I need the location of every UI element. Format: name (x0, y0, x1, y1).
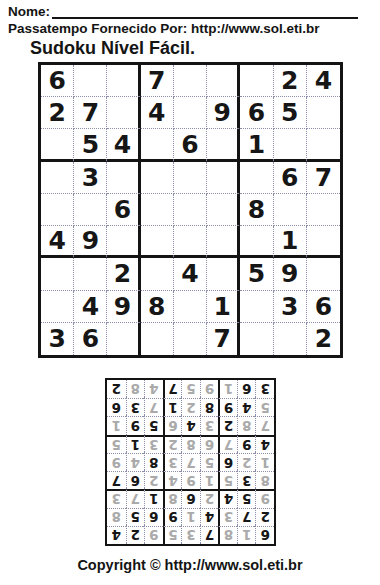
sudoku-cell-r3c4: 2 (200, 489, 219, 507)
sudoku-cell-r6c1: 4 (255, 435, 274, 453)
sudoku-cell-r1c8: 2 (126, 526, 145, 544)
name-label: Nome: (8, 4, 50, 19)
sudoku-cell-r8c8: 3 (274, 291, 307, 323)
sudoku-cell-r1c2 (74, 65, 107, 97)
sudoku-cell-r6c8: 1 (126, 435, 145, 453)
sudoku-cell-r2c6: 9 (163, 508, 182, 526)
sudoku-cell-r9c9: 2 (307, 323, 340, 355)
sudoku-cell-r5c7: 8 (144, 453, 163, 471)
sudoku-cell-r6c4 (141, 226, 174, 258)
sudoku-cell-r5c6 (207, 194, 240, 226)
sudoku-cell-r7c4 (141, 258, 174, 290)
sudoku-cell-r3c7: 1 (144, 489, 163, 507)
sudoku-cell-r9c1: 3 (41, 323, 74, 355)
sudoku-cell-r6c7 (240, 226, 273, 258)
sudoku-cell-r3c8: 7 (126, 489, 145, 507)
sudoku-cell-r1c1: 6 (41, 65, 74, 97)
sudoku-puzzle-grid: 672427496554613676849124594981363672 (38, 62, 343, 358)
sudoku-cell-r7c7: 5 (240, 258, 273, 290)
sudoku-cell-r8c2: 4 (237, 398, 256, 416)
sudoku-cell-r6c2: 9 (74, 226, 107, 258)
sudoku-cell-r7c8: 9 (274, 258, 307, 290)
sudoku-cell-r4c2: 3 (237, 471, 256, 489)
sudoku-cell-r1c2: 1 (237, 526, 256, 544)
sudoku-cell-r3c6: 8 (163, 489, 182, 507)
sudoku-cell-r7c9 (307, 258, 340, 290)
sudoku-cell-r4c7: 2 (144, 471, 163, 489)
sudoku-cell-r2c1: 2 (41, 97, 74, 129)
sudoku-cell-r8c1 (41, 291, 74, 323)
copyright-text: Copyright © http://www.sol.eti.br (0, 557, 380, 573)
sudoku-cell-r1c4: 7 (141, 65, 174, 97)
sudoku-cell-r9c5: 5 (181, 380, 200, 398)
sudoku-cell-r2c3: 3 (218, 508, 237, 526)
sudoku-cell-r4c9: 7 (307, 162, 340, 194)
sudoku-cell-r3c9 (307, 129, 340, 161)
sudoku-cell-r2c6: 9 (207, 97, 240, 129)
sudoku-cell-r1c9: 4 (307, 65, 340, 97)
sudoku-cell-r4c5: 9 (181, 471, 200, 489)
sudoku-cell-r9c4 (141, 323, 174, 355)
sudoku-cell-r4c1 (41, 162, 74, 194)
sudoku-cell-r6c5: 8 (181, 435, 200, 453)
sudoku-cell-r5c1 (41, 194, 74, 226)
sudoku-cell-r2c3 (107, 97, 140, 129)
sudoku-cell-r6c9: 5 (107, 435, 126, 453)
sudoku-cell-r5c6: 3 (163, 453, 182, 471)
sudoku-cell-r8c8: 3 (126, 398, 145, 416)
sudoku-cell-r5c8: 4 (126, 453, 145, 471)
sudoku-cell-r3c8 (274, 129, 307, 161)
sudoku-cell-r3c3: 4 (107, 129, 140, 161)
sudoku-cell-r5c1: 1 (255, 453, 274, 471)
sudoku-cell-r2c2: 7 (237, 508, 256, 526)
sudoku-cell-r7c1: 7 (255, 416, 274, 434)
sudoku-cell-r4c6 (207, 162, 240, 194)
sudoku-cell-r1c3 (107, 65, 140, 97)
sudoku-cell-r9c3 (107, 323, 140, 355)
sudoku-cell-r5c8 (274, 194, 307, 226)
sudoku-cell-r2c9: 8 (107, 508, 126, 526)
sudoku-cell-r5c5: 7 (181, 453, 200, 471)
sudoku-cell-r8c6: 1 (207, 291, 240, 323)
sudoku-cell-r4c4 (141, 162, 174, 194)
sudoku-cell-r5c5 (174, 194, 207, 226)
sudoku-cell-r6c8: 1 (274, 226, 307, 258)
sudoku-cell-r7c3: 2 (218, 416, 237, 434)
sudoku-cell-r9c1: 3 (255, 380, 274, 398)
sudoku-cell-r3c5: 6 (181, 489, 200, 507)
sudoku-cell-r6c6 (207, 226, 240, 258)
sudoku-solution-grid: 6187359242734196589542681738351942671265… (105, 378, 276, 546)
sudoku-cell-r2c5: 1 (181, 508, 200, 526)
sudoku-cell-r7c5: 4 (174, 258, 207, 290)
sudoku-cell-r1c3: 8 (218, 526, 237, 544)
sudoku-cell-r6c5 (174, 226, 207, 258)
sudoku-cell-r7c4: 3 (200, 416, 219, 434)
sudoku-cell-r4c2: 3 (74, 162, 107, 194)
sudoku-cell-r5c9: 9 (107, 453, 126, 471)
sudoku-cell-r9c6: 7 (163, 380, 182, 398)
sudoku-cell-r1c4: 7 (200, 526, 219, 544)
sudoku-cell-r1c6 (207, 65, 240, 97)
sudoku-cell-r1c5 (174, 65, 207, 97)
sudoku-cell-r2c4: 4 (200, 508, 219, 526)
sudoku-cell-r3c3: 4 (218, 489, 237, 507)
sudoku-cell-r1c7: 9 (144, 526, 163, 544)
sudoku-cell-r7c1 (41, 258, 74, 290)
sudoku-cell-r7c6 (207, 258, 240, 290)
sudoku-cell-r6c3: 7 (218, 435, 237, 453)
sudoku-cell-r3c6 (207, 129, 240, 161)
sudoku-cell-r7c2 (74, 258, 107, 290)
sudoku-cell-r9c5 (174, 323, 207, 355)
sudoku-cell-r1c9: 4 (107, 526, 126, 544)
sudoku-cell-r8c9: 6 (107, 398, 126, 416)
sudoku-cell-r2c8: 5 (126, 508, 145, 526)
sudoku-cell-r4c6: 4 (163, 471, 182, 489)
sudoku-cell-r3c1 (41, 129, 74, 161)
sudoku-cell-r9c7: 4 (144, 380, 163, 398)
page-title: Sudoku Nível Fácil. (30, 38, 195, 59)
sudoku-cell-r3c1: 9 (255, 489, 274, 507)
sudoku-cell-r8c4: 8 (141, 291, 174, 323)
sudoku-cell-r5c9 (307, 194, 340, 226)
sudoku-cell-r4c5 (174, 162, 207, 194)
sudoku-cell-r9c2: 6 (237, 380, 256, 398)
sudoku-cell-r4c8: 6 (274, 162, 307, 194)
sudoku-cell-r6c2: 9 (237, 435, 256, 453)
sudoku-cell-r7c2: 8 (237, 416, 256, 434)
sudoku-cell-r7c5: 4 (181, 416, 200, 434)
sudoku-cell-r1c6: 5 (163, 526, 182, 544)
sudoku-cell-r6c6: 2 (163, 435, 182, 453)
sudoku-cell-r5c4: 5 (200, 453, 219, 471)
sudoku-cell-r8c1: 5 (255, 398, 274, 416)
sudoku-cell-r8c9: 6 (307, 291, 340, 323)
name-row: Nome: (8, 4, 358, 19)
sudoku-cell-r9c8 (274, 323, 307, 355)
sudoku-cell-r2c8: 5 (274, 97, 307, 129)
sudoku-cell-r9c2: 6 (74, 323, 107, 355)
sudoku-cell-r3c4 (141, 129, 174, 161)
provided-by-text: Passatempo Fornecido Por: http://www.sol… (8, 21, 320, 36)
sudoku-cell-r7c3: 2 (107, 258, 140, 290)
sudoku-cell-r9c7 (240, 323, 273, 355)
sudoku-cell-r2c7: 6 (144, 508, 163, 526)
sudoku-cell-r6c7: 3 (144, 435, 163, 453)
sudoku-cell-r9c3: 1 (218, 380, 237, 398)
sudoku-cell-r4c8: 6 (126, 471, 145, 489)
sudoku-cell-r4c9: 7 (107, 471, 126, 489)
sudoku-cell-r2c5 (174, 97, 207, 129)
sudoku-cell-r9c9: 2 (107, 380, 126, 398)
sudoku-cell-r3c9: 3 (107, 489, 126, 507)
sudoku-cell-r9c8: 8 (126, 380, 145, 398)
sudoku-cell-r5c3: 6 (218, 453, 237, 471)
name-blank-line (52, 4, 358, 19)
sudoku-cell-r3c7: 1 (240, 129, 273, 161)
sudoku-cell-r5c3: 6 (107, 194, 140, 226)
sudoku-cell-r4c3: 5 (218, 471, 237, 489)
sudoku-cell-r6c9 (307, 226, 340, 258)
sudoku-cell-r2c9 (307, 97, 340, 129)
sudoku-cell-r9c4: 9 (200, 380, 219, 398)
sudoku-cell-r1c5: 3 (181, 526, 200, 544)
sudoku-cell-r2c2: 7 (74, 97, 107, 129)
sudoku-cell-r2c1: 2 (255, 508, 274, 526)
sudoku-cell-r3c2: 5 (237, 489, 256, 507)
sudoku-cell-r4c3 (107, 162, 140, 194)
sudoku-cell-r5c4 (141, 194, 174, 226)
sudoku-cell-r8c6: 1 (163, 398, 182, 416)
sudoku-cell-r6c1: 4 (41, 226, 74, 258)
sudoku-cell-r4c4: 1 (200, 471, 219, 489)
sudoku-cell-r5c2 (74, 194, 107, 226)
sudoku-cell-r8c5 (174, 291, 207, 323)
sudoku-cell-r5c7: 8 (240, 194, 273, 226)
sudoku-cell-r8c3: 9 (218, 398, 237, 416)
sudoku-cell-r4c1: 8 (255, 471, 274, 489)
sudoku-worksheet-page: Nome: Passatempo Fornecido Por: http://w… (0, 0, 380, 585)
sudoku-cell-r2c4: 4 (141, 97, 174, 129)
sudoku-cell-r7c8: 9 (126, 416, 145, 434)
sudoku-cell-r1c8: 2 (274, 65, 307, 97)
sudoku-cell-r7c9: 1 (107, 416, 126, 434)
sudoku-cell-r8c4: 8 (200, 398, 219, 416)
sudoku-cell-r7c7: 5 (144, 416, 163, 434)
sudoku-cell-r6c3 (107, 226, 140, 258)
sudoku-cell-r1c7 (240, 65, 273, 97)
sudoku-cell-r8c7 (240, 291, 273, 323)
sudoku-cell-r8c5: 2 (181, 398, 200, 416)
sudoku-cell-r7c6: 6 (163, 416, 182, 434)
sudoku-cell-r1c1: 6 (255, 526, 274, 544)
sudoku-cell-r9c6: 7 (207, 323, 240, 355)
sudoku-cell-r5c2: 2 (237, 453, 256, 471)
sudoku-cell-r2c7: 6 (240, 97, 273, 129)
sudoku-cell-r6c4: 6 (200, 435, 219, 453)
sudoku-cell-r3c5: 6 (174, 129, 207, 161)
sudoku-cell-r8c3: 9 (107, 291, 140, 323)
sudoku-cell-r3c2: 5 (74, 129, 107, 161)
sudoku-cell-r4c7 (240, 162, 273, 194)
sudoku-cell-r8c2: 4 (74, 291, 107, 323)
sudoku-cell-r8c7: 7 (144, 398, 163, 416)
